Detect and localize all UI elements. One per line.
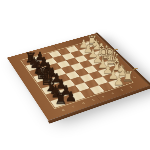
- product-photo-background: ♜♟♟♜♞♟♟♞♝♟♟♝♚♟♟♚♛♟♟♛♝♟♟♝♞♟♟♞♜♟♟♜ 8765432…: [0, 0, 150, 150]
- coordinate-label: A: [133, 76, 137, 78]
- coordinate-label: E: [111, 55, 114, 57]
- coordinate-label: 6: [82, 102, 85, 105]
- coordinate-label: H: [97, 41, 100, 43]
- square-c2: ♟: [98, 68, 112, 76]
- coordinate-label: 3: [111, 92, 114, 94]
- chess-board: ♜♟♟♜♞♟♟♞♝♟♟♝♚♟♟♚♛♟♟♛♝♟♟♝♞♟♟♞♜♟♟♜ 8765432…: [7, 33, 149, 120]
- square-a1: ♜: [117, 76, 132, 85]
- coordinate-label: D: [116, 60, 120, 62]
- coordinate-label: 8: [62, 109, 65, 112]
- coordinate-label: 5: [92, 99, 95, 102]
- coordinate-label: B: [127, 71, 131, 73]
- coordinate-label: 1: [129, 86, 132, 88]
- coordinate-label: G: [101, 46, 104, 48]
- coordinate-label: C: [121, 65, 125, 67]
- coordinate-label: 7: [72, 106, 75, 109]
- coordinate-label: 2: [120, 89, 123, 91]
- coordinate-label: F: [106, 50, 109, 52]
- coordinate-label: 4: [101, 96, 104, 98]
